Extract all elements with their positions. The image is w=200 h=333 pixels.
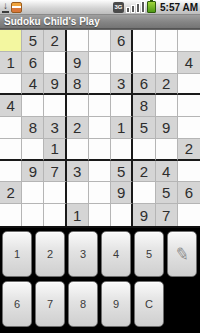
key-5[interactable]: 5 [134, 231, 164, 277]
cell-r1c4[interactable] [89, 52, 111, 74]
key-9[interactable]: 9 [101, 281, 131, 327]
cell-r5c0[interactable] [0, 139, 22, 161]
cell-r5c3[interactable] [67, 139, 89, 161]
cell-r2c8[interactable] [178, 74, 200, 96]
key-3[interactable]: 3 [68, 231, 98, 277]
cell-r2c0[interactable] [0, 74, 22, 96]
cell-r1c6[interactable] [133, 52, 155, 74]
signal-strength-icon [126, 2, 145, 13]
cell-r0c5[interactable]: 6 [111, 30, 133, 52]
cell-r0c0[interactable] [0, 30, 22, 52]
cell-r4c5[interactable]: 1 [111, 117, 133, 139]
number-keypad: 12345✎ 6789C [0, 228, 200, 333]
cell-r7c3[interactable] [67, 182, 89, 204]
cell-r0c2[interactable]: 2 [44, 30, 66, 52]
cell-r4c1[interactable]: 8 [22, 117, 44, 139]
cell-r5c1[interactable] [22, 139, 44, 161]
cell-r5c6[interactable] [133, 139, 155, 161]
cell-r2c1[interactable]: 4 [22, 74, 44, 96]
cell-r3c3[interactable] [67, 95, 89, 117]
key-1[interactable]: 1 [2, 231, 32, 277]
cell-r5c8[interactable]: 2 [178, 139, 200, 161]
cell-r4c0[interactable] [0, 117, 22, 139]
cell-r6c5[interactable]: 5 [111, 161, 133, 183]
pencil-icon: ✎ [173, 242, 191, 265]
cell-r2c2[interactable]: 9 [44, 74, 66, 96]
cell-r4c4[interactable] [89, 117, 111, 139]
key-2[interactable]: 2 [35, 231, 65, 277]
cell-r0c6[interactable] [133, 30, 155, 52]
cell-r8c1[interactable] [22, 204, 44, 226]
cell-r0c7[interactable] [156, 30, 178, 52]
cell-r7c6[interactable] [133, 182, 155, 204]
cell-r4c7[interactable]: 9 [156, 117, 178, 139]
cell-r1c7[interactable] [156, 52, 178, 74]
cell-r5c2[interactable]: 1 [44, 139, 66, 161]
keypad-row-2: 6789C [2, 281, 198, 327]
cell-r1c1[interactable]: 6 [22, 52, 44, 74]
cell-r3c5[interactable] [111, 95, 133, 117]
cell-r1c2[interactable] [44, 52, 66, 74]
battery-charging-icon [147, 1, 156, 13]
cell-r6c0[interactable] [0, 161, 22, 183]
key-6[interactable]: 6 [2, 281, 32, 327]
cell-r4c2[interactable]: 3 [44, 117, 66, 139]
title-bar: Sudoku Child's Play [0, 15, 200, 29]
app-title: Sudoku Child's Play [4, 16, 100, 27]
cell-r1c0[interactable]: 1 [0, 52, 22, 74]
cell-r1c8[interactable]: 4 [178, 52, 200, 74]
cell-r6c4[interactable] [89, 161, 111, 183]
sudoku-board: 526169449836248832159129735242956197 [0, 29, 200, 228]
cell-r8c7[interactable]: 7 [156, 204, 178, 226]
cell-r7c7[interactable]: 5 [156, 182, 178, 204]
cell-r2c4[interactable] [89, 74, 111, 96]
cell-r8c2[interactable] [44, 204, 66, 226]
cell-r8c0[interactable] [0, 204, 22, 226]
cell-r4c3[interactable]: 2 [67, 117, 89, 139]
cell-r2c6[interactable]: 6 [133, 74, 155, 96]
cell-r5c4[interactable] [89, 139, 111, 161]
cell-r3c1[interactable] [22, 95, 44, 117]
cell-r1c3[interactable]: 9 [67, 52, 89, 74]
cell-r6c1[interactable]: 9 [22, 161, 44, 183]
cell-r7c5[interactable]: 9 [111, 182, 133, 204]
cell-r6c2[interactable]: 7 [44, 161, 66, 183]
download-icon: ↓ [2, 1, 9, 13]
key-7[interactable]: 7 [35, 281, 65, 327]
cell-r8c3[interactable]: 1 [67, 204, 89, 226]
cell-r8c6[interactable]: 9 [133, 204, 155, 226]
cell-r6c3[interactable]: 3 [67, 161, 89, 183]
cell-r2c5[interactable]: 3 [111, 74, 133, 96]
cell-r5c5[interactable] [111, 139, 133, 161]
key-4[interactable]: 4 [101, 231, 131, 277]
cell-r2c7[interactable]: 2 [156, 74, 178, 96]
keypad-row-1: 12345✎ [2, 231, 198, 277]
network-3g-icon: 3G [113, 2, 124, 13]
cell-r0c1[interactable]: 5 [22, 30, 44, 52]
cell-r2c3[interactable]: 8 [67, 74, 89, 96]
sdcard-icon [11, 2, 22, 13]
cell-r7c1[interactable] [22, 182, 44, 204]
cell-r3c4[interactable] [89, 95, 111, 117]
cell-r0c4[interactable] [89, 30, 111, 52]
cell-r6c8[interactable] [178, 161, 200, 183]
cell-r3c2[interactable] [44, 95, 66, 117]
cell-r6c7[interactable]: 4 [156, 161, 178, 183]
cell-r3c7[interactable] [156, 95, 178, 117]
cell-r5c7[interactable] [156, 139, 178, 161]
cell-r8c4[interactable] [89, 204, 111, 226]
cell-r7c0[interactable]: 2 [0, 182, 22, 204]
cell-r8c5[interactable] [111, 204, 133, 226]
cell-r1c5[interactable] [111, 52, 133, 74]
cell-r7c8[interactable]: 6 [178, 182, 200, 204]
cell-r7c4[interactable] [89, 182, 111, 204]
pencil-button[interactable]: ✎ [167, 231, 197, 277]
key-8[interactable]: 8 [68, 281, 98, 327]
cell-r6c6[interactable]: 2 [133, 161, 155, 183]
cell-r0c3[interactable] [67, 30, 89, 52]
status-clock: 5:57 AM [160, 2, 198, 13]
cell-r4c6[interactable]: 5 [133, 117, 155, 139]
cell-r0c8[interactable] [178, 30, 200, 52]
system-icons: 3G 5:57 AM [113, 1, 198, 13]
notification-icons: ↓ [2, 1, 113, 13]
key-C[interactable]: C [134, 281, 164, 327]
cell-r3c8[interactable] [178, 95, 200, 117]
cell-r4c8[interactable] [178, 117, 200, 139]
cell-r3c6[interactable]: 8 [133, 95, 155, 117]
status-bar: ↓ 3G 5:57 AM [0, 0, 200, 15]
cell-r3c0[interactable]: 4 [0, 95, 22, 117]
cell-r8c8[interactable] [178, 204, 200, 226]
cell-r7c2[interactable] [44, 182, 66, 204]
